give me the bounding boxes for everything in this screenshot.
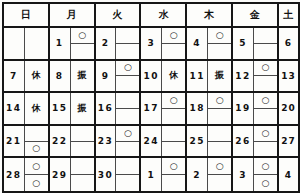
mark-slot-bottom (208, 141, 231, 157)
date-number: 6 (279, 28, 298, 59)
mark-slot-bottom (208, 43, 231, 59)
weekday-header-3: 水 (141, 4, 187, 28)
rest-day-kanji: 休 (32, 102, 41, 115)
mark-area (207, 126, 231, 157)
day-cell: 14休 (4, 93, 50, 126)
day-cell: 23○ (96, 126, 142, 159)
date-number (4, 28, 24, 59)
date-number: 17 (141, 93, 161, 124)
day-cell: 21○ (4, 126, 50, 159)
day-cell: 4○ (187, 28, 233, 61)
mark-slot-bottom (208, 108, 231, 124)
day-cell: 24 (141, 126, 187, 159)
day-cell: 22 (50, 126, 96, 159)
substitute-day-kanji: 振 (78, 102, 87, 115)
mark-area: ○ (161, 158, 185, 191)
date-number: 8 (50, 61, 70, 92)
mark-area (115, 28, 139, 59)
mark-slot-top (25, 28, 48, 43)
day-cell: 27 (279, 126, 298, 159)
day-cell: 28○○ (4, 158, 50, 191)
circle-mark: ○ (170, 162, 178, 171)
date-number: 19 (233, 93, 253, 124)
date-number: 20 (279, 93, 298, 124)
date-number: 4 (187, 28, 207, 59)
mark-slot-bottom (71, 141, 94, 157)
day-cell: 29 (50, 158, 96, 191)
date-number: 18 (187, 93, 207, 124)
date-number: 9 (96, 61, 116, 92)
circle-mark: ○ (262, 179, 270, 188)
mark-area: 休 (161, 61, 185, 92)
mark-slot-bottom (116, 108, 139, 124)
mark-slot-top (254, 28, 277, 43)
mark-area: 振 (70, 61, 94, 92)
mark-slot-top: ○ (162, 28, 185, 43)
mark-slot-top (208, 126, 231, 141)
weekday-header-5: 金 (233, 4, 279, 28)
day-cell: 3○○ (233, 158, 279, 191)
date-number: 2 (187, 158, 207, 191)
mark-area (115, 158, 139, 191)
day-cell: 7休 (4, 61, 50, 94)
mark-area: ○ (253, 61, 277, 92)
mark-slot-bottom (162, 141, 185, 157)
circle-mark: ○ (216, 96, 224, 105)
date-number: 3 (233, 158, 253, 191)
mark-slot-top (25, 126, 48, 141)
mark-slot-bottom (116, 43, 139, 59)
mark-area: 休 (24, 61, 48, 92)
circle-mark: ○ (124, 129, 132, 138)
day-cell: 10休 (141, 61, 187, 94)
mark-slot-bottom (254, 108, 277, 124)
weekday-header-6: 土 (279, 4, 298, 28)
date-number: 24 (141, 126, 161, 157)
date-number: 26 (233, 126, 253, 157)
date-number: 21 (4, 126, 24, 157)
mark-area: ○ (115, 126, 139, 157)
mark-slot-bottom (116, 174, 139, 191)
date-number: 12 (233, 61, 253, 92)
mark-slot-top (116, 93, 139, 108)
circle-mark: ○ (262, 162, 270, 171)
circle-mark: ○ (262, 129, 270, 138)
mark-slot-top: ○ (25, 158, 48, 174)
date-number: 4 (279, 158, 298, 191)
calendar-figure: 日月火水木金土1○23○4○567休8振9○10休11振12○1314休15振1… (0, 0, 300, 193)
date-number: 15 (50, 93, 70, 124)
day-cell: 3○ (141, 28, 187, 61)
mark-slot-bottom (254, 141, 277, 157)
date-number: 2 (96, 28, 116, 59)
day-cell: 12○ (233, 61, 279, 94)
weekday-header-1: 月 (50, 4, 96, 28)
mark-slot-bottom (208, 174, 231, 191)
mark-area: ○ (207, 158, 231, 191)
day-cell: 6 (279, 28, 298, 61)
mark-area: ○ (161, 28, 185, 59)
day-cell: 15振 (50, 93, 96, 126)
mark-area (70, 158, 94, 191)
date-number: 23 (96, 126, 116, 157)
day-cell: 25 (187, 126, 233, 159)
mark-area: ○ (253, 126, 277, 157)
circle-mark: ○ (170, 31, 178, 40)
mark-slot-bottom: ○ (254, 174, 277, 191)
weekday-header-4: 木 (187, 4, 233, 28)
calendar-grid: 日月火水木金土1○23○4○567休8振9○10休11振12○1314休15振1… (2, 2, 300, 193)
day-cell: 1○ (50, 28, 96, 61)
day-cell: 1○ (141, 158, 187, 191)
mark-area (161, 126, 185, 157)
mark-area: 休 (24, 93, 48, 124)
mark-area (115, 93, 139, 124)
day-cell (4, 28, 50, 61)
mark-slot-bottom (162, 174, 185, 191)
mark-area: ○ (70, 28, 94, 59)
mark-slot-top: ○ (254, 61, 277, 76)
mark-area (24, 28, 48, 59)
mark-slot-top: ○ (208, 93, 231, 108)
date-number: 27 (279, 126, 298, 157)
circle-mark: ○ (216, 31, 224, 40)
mark-slot-bottom (254, 43, 277, 59)
circle-mark: ○ (32, 144, 40, 153)
mark-area (70, 126, 94, 157)
mark-slot-top: ○ (71, 28, 94, 43)
mark-slot-top (71, 158, 94, 174)
mark-slot-bottom (71, 43, 94, 59)
day-cell: 8振 (50, 61, 96, 94)
date-number: 11 (187, 61, 207, 92)
date-number: 1 (50, 28, 70, 59)
mark-area: 振 (207, 61, 231, 92)
mark-slot-top: ○ (162, 158, 185, 174)
rest-day-kanji: 休 (32, 69, 41, 82)
mark-area: ○ (161, 93, 185, 124)
circle-mark: ○ (216, 162, 224, 171)
day-cell: 19○ (233, 93, 279, 126)
mark-slot-bottom (162, 108, 185, 124)
date-number: 1 (141, 158, 161, 191)
weekday-header-2: 火 (96, 4, 142, 28)
date-number: 5 (233, 28, 253, 59)
circle-mark: ○ (32, 162, 40, 171)
mark-area: ○ (207, 93, 231, 124)
mark-slot-top: ○ (254, 158, 277, 174)
date-number: 13 (279, 61, 298, 92)
date-number: 3 (141, 28, 161, 59)
date-number: 14 (4, 93, 24, 124)
mark-slot-bottom (254, 75, 277, 91)
circle-mark: ○ (262, 96, 270, 105)
mark-slot-bottom: ○ (25, 174, 48, 191)
mark-slot-top: ○ (254, 93, 277, 108)
day-cell: 26○ (233, 126, 279, 159)
mark-slot-bottom (162, 43, 185, 59)
day-cell: 20 (279, 93, 298, 126)
substitute-day-kanji: 振 (215, 69, 224, 82)
circle-mark: ○ (262, 63, 270, 72)
day-cell: 9○ (96, 61, 142, 94)
mark-area: 振 (70, 93, 94, 124)
date-number: 28 (4, 158, 24, 191)
date-number: 16 (96, 93, 116, 124)
circle-mark: ○ (124, 63, 132, 72)
mark-area: ○○ (253, 158, 277, 191)
date-number: 30 (96, 158, 116, 191)
day-cell: 30 (96, 158, 142, 191)
day-cell: 5 (233, 28, 279, 61)
mark-area: ○ (115, 61, 139, 92)
mark-slot-top (71, 126, 94, 141)
day-cell: 2 (96, 28, 142, 61)
rest-day-kanji: 休 (169, 69, 178, 82)
mark-slot-top: ○ (162, 93, 185, 108)
mark-slot-top (116, 158, 139, 174)
mark-slot-top: ○ (116, 126, 139, 141)
mark-slot-bottom: ○ (25, 141, 48, 157)
mark-area: ○ (207, 28, 231, 59)
date-number: 10 (141, 61, 161, 92)
mark-slot-top (116, 28, 139, 43)
circle-mark: ○ (78, 31, 86, 40)
date-number: 7 (4, 61, 24, 92)
substitute-day-kanji: 振 (78, 69, 87, 82)
mark-slot-bottom (25, 43, 48, 58)
mark-area (253, 28, 277, 59)
day-cell: 16 (96, 93, 142, 126)
date-number: 29 (50, 158, 70, 191)
mark-slot-top: ○ (116, 61, 139, 76)
date-number: 22 (50, 126, 70, 157)
mark-area: ○ (24, 126, 48, 157)
circle-mark: ○ (170, 96, 178, 105)
weekday-header-0: 日 (4, 4, 50, 28)
mark-slot-top: ○ (208, 28, 231, 43)
mark-slot-bottom (116, 141, 139, 157)
date-number: 25 (187, 126, 207, 157)
day-cell: 13 (279, 61, 298, 94)
day-cell: 11振 (187, 61, 233, 94)
mark-slot-top: ○ (208, 158, 231, 174)
mark-slot-bottom (71, 174, 94, 191)
day-cell: 17○ (141, 93, 187, 126)
day-cell: 2○ (187, 158, 233, 191)
mark-slot-top (162, 126, 185, 141)
day-cell: 4 (279, 158, 298, 191)
circle-mark: ○ (32, 179, 40, 188)
mark-area: ○ (253, 93, 277, 124)
day-cell: 18○ (187, 93, 233, 126)
mark-slot-top: ○ (254, 126, 277, 141)
mark-slot-bottom (116, 75, 139, 91)
mark-area: ○○ (24, 158, 48, 191)
